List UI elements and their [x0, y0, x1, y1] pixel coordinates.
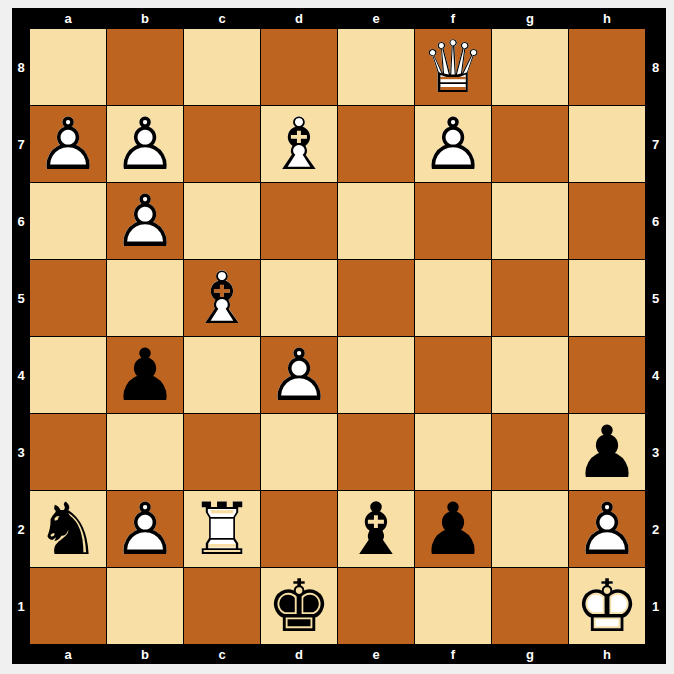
square-h6[interactable]: [569, 183, 645, 259]
square-b4[interactable]: ♟: [107, 337, 183, 413]
square-d2[interactable]: [261, 491, 337, 567]
square-d3[interactable]: [261, 414, 337, 490]
king-outline-icon: ♔: [569, 568, 645, 644]
square-g8[interactable]: [492, 29, 568, 105]
square-d6[interactable]: [261, 183, 337, 259]
pawn-outline-icon: ♙: [30, 106, 106, 182]
file-labels-bottom: abcdefgh: [30, 644, 666, 664]
square-e2[interactable]: ♝: [338, 491, 414, 567]
square-g7[interactable]: [492, 106, 568, 182]
rank-label-6: 6: [645, 215, 666, 228]
white-pawn[interactable]: ♟♙: [107, 491, 183, 567]
pawn-outline-icon: ♙: [415, 106, 491, 182]
square-e3[interactable]: [338, 414, 414, 490]
white-pawn[interactable]: ♟♙: [107, 183, 183, 259]
square-d7[interactable]: ♝♗: [261, 106, 337, 182]
square-h4[interactable]: [569, 337, 645, 413]
queen-outline-icon: ♕: [415, 29, 491, 105]
file-label-d: d: [261, 12, 337, 25]
square-a3[interactable]: [30, 414, 106, 490]
rank-label-2: 2: [12, 523, 30, 536]
file-label-f: f: [415, 12, 491, 25]
square-e5[interactable]: [338, 260, 414, 336]
black-pawn[interactable]: ♟: [415, 491, 491, 567]
square-h8[interactable]: [569, 29, 645, 105]
pawn-outline-icon: ♙: [107, 183, 183, 259]
rank-label-1: 1: [645, 600, 666, 613]
square-b2[interactable]: ♟♙: [107, 491, 183, 567]
square-c3[interactable]: [184, 414, 260, 490]
file-label-g: g: [492, 12, 568, 25]
rank-label-6: 6: [12, 215, 30, 228]
rank-label-4: 4: [12, 369, 30, 382]
file-label-e: e: [338, 648, 414, 661]
square-a5[interactable]: [30, 260, 106, 336]
square-a1[interactable]: [30, 568, 106, 644]
square-f5[interactable]: [415, 260, 491, 336]
square-a2[interactable]: ♞: [30, 491, 106, 567]
white-pawn[interactable]: ♟♙: [261, 337, 337, 413]
bishop-outline-icon: ♗: [184, 260, 260, 336]
square-f6[interactable]: [415, 183, 491, 259]
square-f3[interactable]: [415, 414, 491, 490]
black-pawn[interactable]: ♟: [107, 337, 183, 413]
rank-labels-left: 87654321: [12, 29, 30, 644]
square-g1[interactable]: [492, 568, 568, 644]
black-pawn[interactable]: ♟: [569, 414, 645, 490]
file-label-c: c: [184, 12, 260, 25]
chess-board-frame: abcdefgh 87654321 ♛♕♟♙♟♙♝♗♟♙♟♙♝♗♟♟♙♟♞♟♙♜…: [12, 8, 666, 664]
file-label-e: e: [338, 12, 414, 25]
black-knight[interactable]: ♞: [30, 491, 106, 567]
square-b1[interactable]: [107, 568, 183, 644]
white-rook[interactable]: ♜♖: [184, 491, 260, 567]
square-e6[interactable]: [338, 183, 414, 259]
square-f1[interactable]: [415, 568, 491, 644]
rank-label-1: 1: [12, 600, 30, 613]
file-label-h: h: [569, 12, 645, 25]
bishop-outline-icon: ♗: [261, 106, 337, 182]
rank-label-8: 8: [645, 61, 666, 74]
rank-label-5: 5: [645, 292, 666, 305]
square-g4[interactable]: [492, 337, 568, 413]
square-b6[interactable]: ♟♙: [107, 183, 183, 259]
square-e7[interactable]: [338, 106, 414, 182]
square-c6[interactable]: [184, 183, 260, 259]
square-c7[interactable]: [184, 106, 260, 182]
square-a6[interactable]: [30, 183, 106, 259]
file-label-h: h: [569, 648, 645, 661]
white-pawn[interactable]: ♟♙: [30, 106, 106, 182]
white-queen[interactable]: ♛♕: [415, 29, 491, 105]
pawn-outline-icon: ♙: [107, 491, 183, 567]
white-pawn[interactable]: ♟♙: [107, 106, 183, 182]
square-h7[interactable]: [569, 106, 645, 182]
square-g2[interactable]: [492, 491, 568, 567]
square-c8[interactable]: [184, 29, 260, 105]
file-labels-top: abcdefgh: [30, 8, 666, 29]
white-pawn[interactable]: ♟♙: [415, 106, 491, 182]
square-h1[interactable]: ♚♔: [569, 568, 645, 644]
square-e8[interactable]: [338, 29, 414, 105]
square-f8[interactable]: ♛♕: [415, 29, 491, 105]
square-c1[interactable]: [184, 568, 260, 644]
pawn-outline-icon: ♙: [261, 337, 337, 413]
square-b5[interactable]: [107, 260, 183, 336]
square-h2[interactable]: ♟♙: [569, 491, 645, 567]
square-g6[interactable]: [492, 183, 568, 259]
chess-board: ♛♕♟♙♟♙♝♗♟♙♟♙♝♗♟♟♙♟♞♟♙♜♖♝♟♟♙♚♚♔: [30, 29, 645, 644]
square-f2[interactable]: ♟: [415, 491, 491, 567]
square-b8[interactable]: [107, 29, 183, 105]
rank-labels-right: 87654321: [645, 29, 666, 644]
rank-label-8: 8: [12, 61, 30, 74]
square-e4[interactable]: [338, 337, 414, 413]
square-h5[interactable]: [569, 260, 645, 336]
square-g5[interactable]: [492, 260, 568, 336]
rank-label-2: 2: [645, 523, 666, 536]
pawn-outline-icon: ♙: [569, 491, 645, 567]
black-bishop[interactable]: ♝: [338, 491, 414, 567]
square-f4[interactable]: [415, 337, 491, 413]
square-f7[interactable]: ♟♙: [415, 106, 491, 182]
rank-label-4: 4: [645, 369, 666, 382]
file-label-b: b: [107, 12, 183, 25]
black-king[interactable]: ♚: [261, 568, 337, 644]
square-a4[interactable]: [30, 337, 106, 413]
square-b3[interactable]: [107, 414, 183, 490]
rank-label-3: 3: [12, 446, 30, 459]
square-d4[interactable]: ♟♙: [261, 337, 337, 413]
square-g3[interactable]: [492, 414, 568, 490]
file-label-c: c: [184, 648, 260, 661]
rank-label-7: 7: [645, 138, 666, 151]
file-label-a: a: [30, 12, 106, 25]
square-h3[interactable]: ♟: [569, 414, 645, 490]
square-d8[interactable]: [261, 29, 337, 105]
square-c4[interactable]: [184, 337, 260, 413]
pawn-outline-icon: ♙: [107, 106, 183, 182]
white-king[interactable]: ♚♔: [569, 568, 645, 644]
rank-label-7: 7: [12, 138, 30, 151]
file-label-d: d: [261, 648, 337, 661]
rank-label-5: 5: [12, 292, 30, 305]
square-c5[interactable]: ♝♗: [184, 260, 260, 336]
white-pawn[interactable]: ♟♙: [569, 491, 645, 567]
file-label-g: g: [492, 648, 568, 661]
square-b7[interactable]: ♟♙: [107, 106, 183, 182]
file-label-f: f: [415, 648, 491, 661]
square-a7[interactable]: ♟♙: [30, 106, 106, 182]
rank-label-3: 3: [645, 446, 666, 459]
square-a8[interactable]: [30, 29, 106, 105]
file-label-b: b: [107, 648, 183, 661]
white-bishop[interactable]: ♝♗: [261, 106, 337, 182]
square-c2[interactable]: ♜♖: [184, 491, 260, 567]
file-label-a: a: [30, 648, 106, 661]
square-d5[interactable]: [261, 260, 337, 336]
white-bishop[interactable]: ♝♗: [184, 260, 260, 336]
rook-outline-icon: ♖: [184, 491, 260, 567]
square-e1[interactable]: [338, 568, 414, 644]
square-d1[interactable]: ♚: [261, 568, 337, 644]
